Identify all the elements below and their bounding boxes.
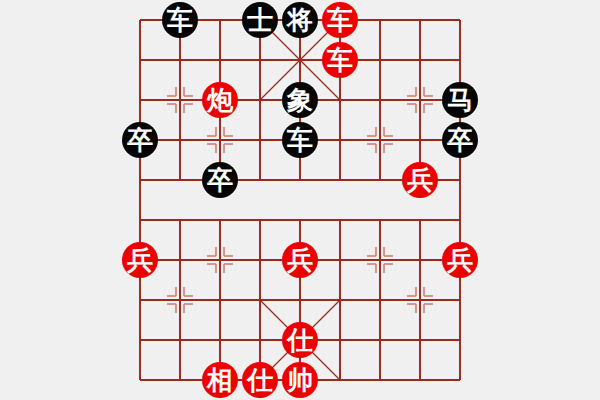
board-point-c6r2[interactable]: 车	[320, 40, 360, 80]
board-point-c6r8[interactable]	[320, 280, 360, 320]
board-point-c1r10[interactable]	[120, 360, 160, 400]
board-point-c2r10[interactable]	[160, 360, 200, 400]
board-point-c9r5[interactable]	[440, 160, 480, 200]
board-point-c5r7[interactable]: 兵	[280, 240, 320, 280]
board-point-c8r9[interactable]	[400, 320, 440, 360]
board-point-c3r9[interactable]	[200, 320, 240, 360]
board-point-c5r2[interactable]	[280, 40, 320, 80]
board-point-c9r4[interactable]: 卒	[440, 120, 480, 160]
board-point-c4r4[interactable]	[240, 120, 280, 160]
board-point-c8r8[interactable]	[400, 280, 440, 320]
black-elephant[interactable]: 象	[282, 82, 318, 118]
board-point-c3r10[interactable]: 相	[200, 360, 240, 400]
red-soldier[interactable]: 兵	[282, 242, 318, 278]
board-point-c7r2[interactable]	[360, 40, 400, 80]
board-point-c6r3[interactable]	[320, 80, 360, 120]
board-point-c8r10[interactable]	[400, 360, 440, 400]
board-point-c4r3[interactable]	[240, 80, 280, 120]
board-point-c5r9[interactable]: 仕	[280, 320, 320, 360]
black-soldier[interactable]: 卒	[202, 162, 238, 198]
board-point-c1r9[interactable]	[120, 320, 160, 360]
board-point-c7r7[interactable]	[360, 240, 400, 280]
red-chariot[interactable]: 车	[322, 42, 358, 78]
board-point-c3r2[interactable]	[200, 40, 240, 80]
board-point-c2r4[interactable]	[160, 120, 200, 160]
board-point-c8r3[interactable]	[400, 80, 440, 120]
board-point-c6r5[interactable]	[320, 160, 360, 200]
board-point-c5r5[interactable]	[280, 160, 320, 200]
board-point-c7r5[interactable]	[360, 160, 400, 200]
board-point-c7r4[interactable]	[360, 120, 400, 160]
board-point-c8r2[interactable]	[400, 40, 440, 80]
board-point-c8r1[interactable]	[400, 0, 440, 40]
red-advisor[interactable]: 仕	[242, 362, 278, 398]
board-point-c9r3[interactable]: 马	[440, 80, 480, 120]
board-point-c6r7[interactable]	[320, 240, 360, 280]
board-point-c2r9[interactable]	[160, 320, 200, 360]
board-point-c7r9[interactable]	[360, 320, 400, 360]
board-point-c1r3[interactable]	[120, 80, 160, 120]
board-point-c3r5[interactable]: 卒	[200, 160, 240, 200]
board-point-c8r6[interactable]	[400, 200, 440, 240]
black-general[interactable]: 将	[282, 2, 318, 38]
board-point-c9r8[interactable]	[440, 280, 480, 320]
board-point-c7r1[interactable]	[360, 0, 400, 40]
board-point-c8r7[interactable]	[400, 240, 440, 280]
red-soldier[interactable]: 兵	[402, 162, 438, 198]
board-point-c2r6[interactable]	[160, 200, 200, 240]
red-advisor[interactable]: 仕	[282, 322, 318, 358]
board-point-c9r10[interactable]	[440, 360, 480, 400]
board-point-c9r2[interactable]	[440, 40, 480, 80]
board-point-c4r9[interactable]	[240, 320, 280, 360]
red-king[interactable]: 帅	[282, 362, 318, 398]
board-point-c3r1[interactable]	[200, 0, 240, 40]
board-point-c7r10[interactable]	[360, 360, 400, 400]
board-point-c3r7[interactable]	[200, 240, 240, 280]
board-point-c5r10[interactable]: 帅	[280, 360, 320, 400]
board-point-c2r7[interactable]	[160, 240, 200, 280]
board-point-c7r8[interactable]	[360, 280, 400, 320]
board-point-c9r1[interactable]	[440, 0, 480, 40]
board-point-c5r3[interactable]: 象	[280, 80, 320, 120]
board-point-c4r7[interactable]	[240, 240, 280, 280]
board-point-c5r4[interactable]: 车	[280, 120, 320, 160]
board-point-c2r5[interactable]	[160, 160, 200, 200]
black-chariot[interactable]: 车	[162, 2, 198, 38]
black-soldier[interactable]: 卒	[442, 122, 478, 158]
board-point-c1r4[interactable]: 卒	[120, 120, 160, 160]
red-soldier[interactable]: 兵	[442, 242, 478, 278]
board-point-c2r3[interactable]	[160, 80, 200, 120]
board-point-c8r5[interactable]: 兵	[400, 160, 440, 200]
board-point-c9r9[interactable]	[440, 320, 480, 360]
board-point-c3r4[interactable]	[200, 120, 240, 160]
board-point-c2r1[interactable]: 车	[160, 0, 200, 40]
board-point-c1r7[interactable]: 兵	[120, 240, 160, 280]
board-point-c8r4[interactable]	[400, 120, 440, 160]
black-chariot[interactable]: 车	[282, 122, 318, 158]
board-point-c6r1[interactable]: 车	[320, 0, 360, 40]
board-point-c3r8[interactable]	[200, 280, 240, 320]
board-point-c5r6[interactable]	[280, 200, 320, 240]
board-point-c3r6[interactable]	[200, 200, 240, 240]
board-point-c3r3[interactable]: 炮	[200, 80, 240, 120]
board-point-c6r4[interactable]	[320, 120, 360, 160]
black-advisor[interactable]: 士	[242, 2, 278, 38]
board-point-c9r7[interactable]: 兵	[440, 240, 480, 280]
board-point-c4r8[interactable]	[240, 280, 280, 320]
board-point-c6r10[interactable]	[320, 360, 360, 400]
board-point-c4r1[interactable]: 士	[240, 0, 280, 40]
board-point-c7r3[interactable]	[360, 80, 400, 120]
board-point-c6r9[interactable]	[320, 320, 360, 360]
black-soldier[interactable]: 卒	[122, 122, 158, 158]
board-point-c5r1[interactable]: 将	[280, 0, 320, 40]
board-point-c1r6[interactable]	[120, 200, 160, 240]
board-point-c4r10[interactable]: 仕	[240, 360, 280, 400]
xiangqi-board: 车士将车车炮象马卒车卒卒兵兵兵兵仕相仕帅	[0, 0, 600, 400]
board-point-c4r2[interactable]	[240, 40, 280, 80]
board-points-grid: 车士将车车炮象马卒车卒卒兵兵兵兵仕相仕帅	[120, 0, 480, 400]
red-elephant[interactable]: 相	[202, 362, 238, 398]
board-point-c1r2[interactable]	[120, 40, 160, 80]
red-chariot[interactable]: 车	[322, 2, 358, 38]
board-point-c1r8[interactable]	[120, 280, 160, 320]
board-point-c4r5[interactable]	[240, 160, 280, 200]
board-point-c1r5[interactable]	[120, 160, 160, 200]
board-point-c6r6[interactable]	[320, 200, 360, 240]
board-point-c2r8[interactable]	[160, 280, 200, 320]
red-cannon[interactable]: 炮	[202, 82, 238, 118]
black-horse[interactable]: 马	[442, 82, 478, 118]
board-point-c4r6[interactable]	[240, 200, 280, 240]
board-point-c9r6[interactable]	[440, 200, 480, 240]
board-point-c7r6[interactable]	[360, 200, 400, 240]
red-soldier[interactable]: 兵	[122, 242, 158, 278]
board-point-c5r8[interactable]	[280, 280, 320, 320]
board-point-c1r1[interactable]	[120, 0, 160, 40]
board-point-c2r2[interactable]	[160, 40, 200, 80]
